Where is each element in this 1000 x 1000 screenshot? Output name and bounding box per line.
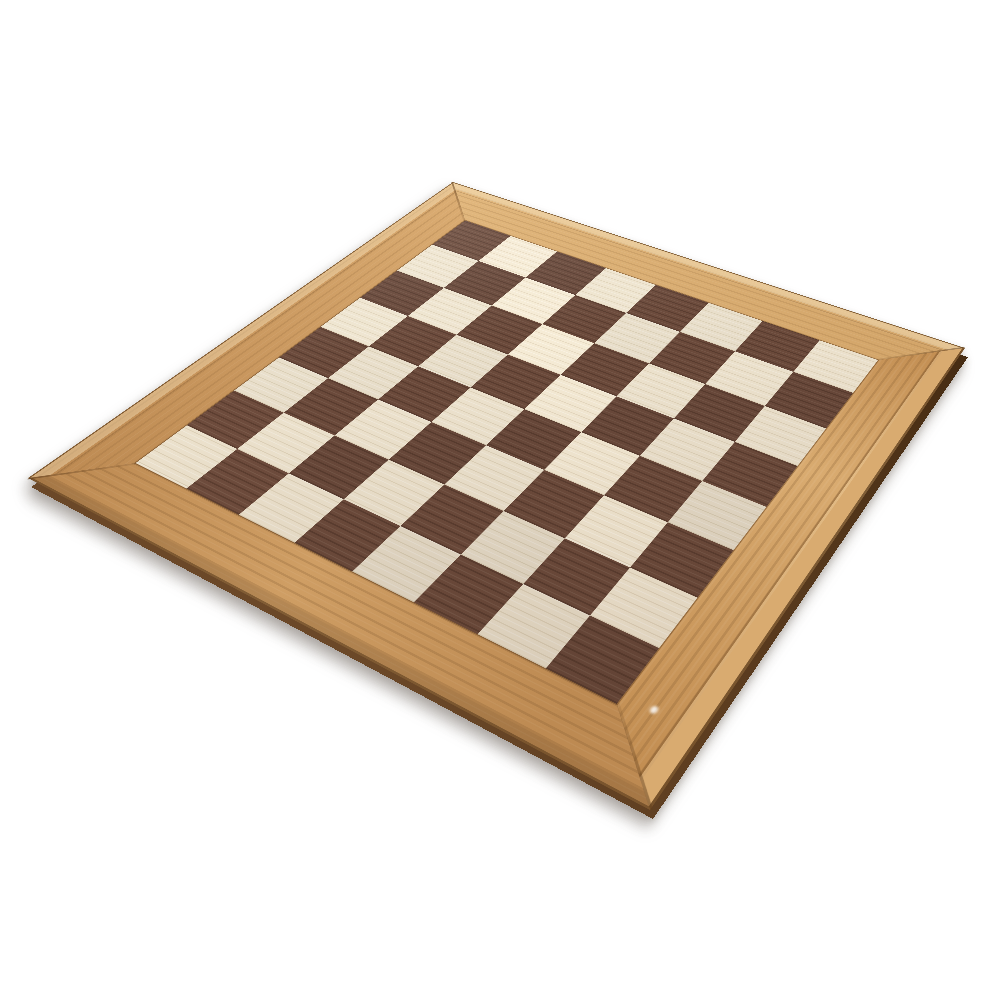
board-top-surface — [28, 182, 965, 810]
frame-miter-joint-top — [452, 182, 465, 221]
frame-miter-joint-right — [877, 347, 965, 360]
checkerboard-field — [136, 220, 878, 703]
frame-miter-joint-left — [28, 463, 136, 479]
frame-miter-joint-bottom — [617, 703, 653, 810]
highlight-speck — [648, 705, 659, 715]
product-photo-background — [0, 0, 1000, 1000]
chessboard — [0, 0, 1000, 1000]
